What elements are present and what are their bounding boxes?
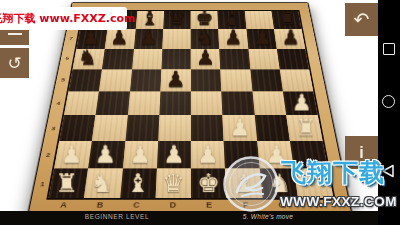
piece-white-p-e2[interactable]: ♟ [197, 144, 219, 166]
square-c2[interactable]: ♟ [123, 141, 158, 169]
piece-white-n-g1[interactable]: ♞ [268, 173, 291, 196]
info-icon: i [359, 144, 363, 162]
file-label-h: H [299, 200, 337, 210]
square-e3[interactable] [191, 115, 224, 141]
watermark-top-text: 飞翔下载 www.FXXZ.com [0, 11, 135, 26]
piece-white-p-a2[interactable]: ♟ [61, 144, 83, 166]
watermark-top-left: 飞翔下载 www.FXXZ.com [0, 7, 127, 30]
square-f7[interactable]: ♟ [218, 29, 248, 48]
piece-white-q-d1[interactable]: ♛ [162, 173, 185, 196]
piece-white-p-d2[interactable]: ♟ [163, 144, 185, 166]
square-b7[interactable]: ♟ [105, 29, 135, 48]
status-bar: BEGINNER LEVEL 5. White's move [0, 211, 400, 225]
square-f1[interactable]: ♝ [225, 168, 262, 198]
undo-arrow-icon: ↶ [354, 8, 370, 31]
square-a6[interactable]: ♞ [73, 49, 105, 70]
square-h3[interactable]: ♜ [286, 115, 323, 141]
piece-white-p-h4[interactable]: ♟ [291, 93, 311, 113]
square-c6[interactable] [132, 49, 163, 70]
square-a3[interactable] [59, 115, 95, 141]
square-a5[interactable] [68, 69, 102, 91]
piece-white-r-a1[interactable]: ♜ [55, 173, 78, 196]
square-d1[interactable]: ♛ [155, 168, 191, 198]
square-h7[interactable]: ♟ [274, 29, 305, 48]
square-g7[interactable]: ♟ [246, 29, 276, 48]
square-b6[interactable] [102, 49, 133, 70]
piece-white-k-e1[interactable]: ♚ [197, 173, 220, 196]
square-e1[interactable]: ♚ [191, 168, 227, 198]
piece-white-n-b1[interactable]: ♞ [91, 173, 114, 196]
square-c7[interactable]: ♟ [134, 29, 163, 48]
chess-board: ♜♝♛♚♝♜♟♟♟♞♟♟♟♞♟♟♟♟♜♟♟♟♟♟♟♜♞♝♛♚♝♞ ABCDEFG… [28, 2, 352, 212]
piece-white-r-h3[interactable]: ♜ [295, 117, 316, 138]
square-e6[interactable]: ♟ [191, 49, 221, 70]
piece-black-p-b7[interactable]: ♟ [110, 29, 128, 47]
file-label-a: A [44, 200, 82, 210]
undo-button[interactable]: ↶ [345, 3, 378, 36]
file-label-d: D [154, 200, 191, 210]
recents-square-icon[interactable] [383, 43, 395, 55]
square-c4[interactable] [127, 91, 160, 115]
square-a2[interactable]: ♟ [54, 141, 92, 169]
piece-black-p-h7[interactable]: ♟ [281, 29, 299, 47]
square-d2[interactable]: ♟ [157, 141, 191, 169]
piece-black-p-d5[interactable]: ♟ [166, 70, 186, 90]
square-c3[interactable] [125, 115, 159, 141]
square-h6[interactable] [277, 49, 310, 70]
move-indicator: 5. White's move [212, 213, 324, 220]
square-c5[interactable] [130, 69, 162, 91]
file-label-g: G [263, 200, 301, 210]
piece-black-p-g7[interactable]: ♟ [253, 29, 271, 47]
back-triangle-icon[interactable] [381, 164, 395, 182]
square-e2[interactable]: ♟ [191, 141, 225, 169]
board-squares: ♜♝♛♚♝♜♟♟♟♞♟♟♟♞♟♟♟♟♜♟♟♟♟♟♟♜♞♝♛♚♝♞ [46, 10, 335, 200]
board-scene: ♜♝♛♚♝♜♟♟♟♞♟♟♟♞♟♟♟♟♜♟♟♟♟♟♟♜♞♝♛♚♝♞ ABCDEFG… [28, 0, 352, 212]
rotate-icon: ↺ [7, 53, 21, 74]
piece-white-p-f3[interactable]: ♟ [230, 117, 251, 138]
info-button[interactable]: i [345, 136, 378, 169]
square-f4[interactable] [221, 91, 254, 115]
square-d7[interactable] [162, 29, 191, 48]
square-f3[interactable]: ♟ [223, 115, 257, 141]
piece-black-n-a6[interactable]: ♞ [78, 48, 97, 67]
square-d8[interactable]: ♛ [163, 11, 191, 29]
square-d3[interactable] [158, 115, 191, 141]
square-e4[interactable] [191, 91, 223, 115]
piece-white-p-b2[interactable]: ♟ [95, 144, 117, 166]
square-h2[interactable] [290, 141, 328, 169]
square-g2[interactable]: ♟ [257, 141, 294, 169]
file-labels: ABCDEFGH [44, 200, 337, 210]
square-h1[interactable] [294, 168, 334, 198]
square-g1[interactable]: ♞ [259, 168, 297, 198]
rotate-board-button[interactable]: ↺ [0, 48, 29, 78]
square-e5[interactable] [191, 69, 222, 91]
square-b3[interactable] [92, 115, 127, 141]
square-d4[interactable] [159, 91, 191, 115]
home-circle-icon[interactable] [382, 95, 395, 108]
file-label-f: F [227, 200, 264, 210]
piece-white-b-f1[interactable]: ♝ [233, 173, 256, 196]
square-b2[interactable]: ♟ [88, 141, 125, 169]
android-nav-bar [378, 0, 400, 225]
app-screen: ♜♝♛♚♝♜♟♟♟♞♟♟♟♞♟♟♟♟♜♟♟♟♟♟♟♜♞♝♛♚♝♞ ABCDEFG… [0, 0, 400, 225]
square-a4[interactable] [64, 91, 99, 115]
square-g6[interactable] [248, 49, 280, 70]
file-label-b: B [81, 200, 119, 210]
square-g3[interactable] [254, 115, 289, 141]
hamburger-icon [8, 33, 22, 35]
piece-white-p-g2[interactable]: ♟ [265, 144, 287, 166]
square-c1[interactable]: ♝ [120, 168, 157, 198]
file-label-c: C [118, 200, 155, 210]
square-f5[interactable] [220, 69, 252, 91]
square-g5[interactable] [250, 69, 283, 91]
piece-white-p-c2[interactable]: ♟ [129, 144, 151, 166]
file-label-e: E [191, 200, 228, 210]
square-b5[interactable] [99, 69, 132, 91]
square-h5[interactable] [280, 69, 314, 91]
square-f2[interactable] [224, 141, 260, 169]
square-h4[interactable]: ♟ [283, 91, 318, 115]
piece-black-p-e6[interactable]: ♟ [196, 48, 215, 67]
piece-black-p-f7[interactable]: ♟ [224, 29, 242, 47]
level-label: BEGINNER LEVEL [67, 213, 167, 220]
piece-white-b-c1[interactable]: ♝ [126, 173, 149, 196]
piece-black-q-d8[interactable]: ♛ [168, 10, 186, 28]
square-d5[interactable]: ♟ [160, 69, 191, 91]
square-b1[interactable]: ♞ [84, 168, 122, 198]
square-b4[interactable] [96, 91, 130, 115]
square-g4[interactable] [252, 91, 286, 115]
piece-black-p-c7[interactable]: ♟ [139, 29, 157, 47]
square-a1[interactable]: ♜ [49, 168, 89, 198]
square-f6[interactable] [219, 49, 250, 70]
